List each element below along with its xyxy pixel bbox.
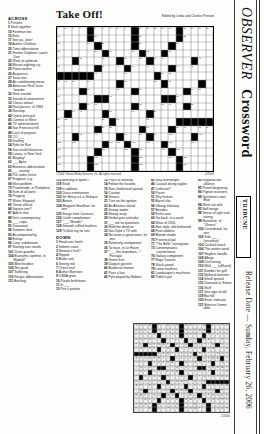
entry-cell[interactable]: [198, 42, 205, 50]
entry-cell[interactable]: 91: [183, 126, 190, 134]
entry-cell[interactable]: [161, 42, 168, 50]
entry-cell[interactable]: [64, 42, 71, 50]
entry-cell[interactable]: 18: [206, 27, 213, 35]
entry-cell[interactable]: 14: [168, 27, 175, 35]
entry-cell[interactable]: [168, 35, 175, 43]
entry-cell[interactable]: [191, 110, 198, 118]
entry-cell[interactable]: [198, 163, 205, 171]
entry-cell[interactable]: [154, 42, 161, 50]
entry-cell[interactable]: [102, 103, 109, 111]
entry-cell[interactable]: 63: [139, 88, 146, 96]
entry-cell[interactable]: [139, 141, 146, 149]
entry-cell[interactable]: 9: [124, 27, 131, 35]
entry-cell[interactable]: [176, 88, 183, 96]
entry-cell[interactable]: [87, 126, 94, 134]
entry-cell[interactable]: 89: [146, 126, 153, 134]
entry-cell[interactable]: 19: [57, 35, 64, 43]
entry-cell[interactable]: [154, 126, 161, 134]
entry-cell[interactable]: [139, 72, 146, 80]
entry-cell[interactable]: [161, 163, 168, 171]
entry-cell[interactable]: 37: [124, 57, 131, 65]
entry-cell[interactable]: [116, 110, 123, 118]
entry-cell[interactable]: [139, 80, 146, 88]
entry-cell[interactable]: [168, 110, 175, 118]
entry-cell[interactable]: 28: [57, 50, 64, 58]
entry-cell[interactable]: 56: [87, 80, 94, 88]
entry-cell[interactable]: 35: [79, 57, 86, 65]
entry-cell[interactable]: 62: [116, 88, 123, 96]
entry-cell[interactable]: [131, 95, 138, 103]
entry-cell[interactable]: [131, 126, 138, 134]
entry-cell[interactable]: [154, 95, 161, 103]
entry-cell[interactable]: [79, 42, 86, 50]
entry-cell[interactable]: [64, 126, 71, 134]
entry-cell[interactable]: [206, 110, 213, 118]
entry-cell[interactable]: [116, 72, 123, 80]
entry-cell[interactable]: 77: [79, 110, 86, 118]
entry-cell[interactable]: 123: [139, 163, 146, 171]
entry-cell[interactable]: [72, 148, 79, 156]
entry-cell[interactable]: [176, 50, 183, 58]
entry-cell[interactable]: 1: [57, 27, 64, 35]
entry-cell[interactable]: [176, 80, 183, 88]
entry-cell[interactable]: 47: [176, 65, 183, 73]
entry-cell[interactable]: 42: [57, 65, 64, 73]
entry-cell[interactable]: 105: [116, 141, 123, 149]
entry-cell[interactable]: 97: [124, 133, 131, 141]
entry-cell[interactable]: [191, 156, 198, 164]
entry-cell[interactable]: 99: [154, 133, 161, 141]
entry-cell[interactable]: [109, 35, 116, 43]
entry-cell[interactable]: 53: [57, 80, 64, 88]
entry-cell[interactable]: [183, 42, 190, 50]
entry-cell[interactable]: [87, 118, 94, 126]
entry-cell[interactable]: [72, 126, 79, 134]
entry-cell[interactable]: 43: [102, 65, 109, 73]
entry-cell[interactable]: 98: [139, 133, 146, 141]
entry-cell[interactable]: [124, 95, 131, 103]
entry-cell[interactable]: 34: [57, 57, 64, 65]
entry-cell[interactable]: 51: [161, 72, 168, 80]
entry-cell[interactable]: [72, 50, 79, 58]
entry-cell[interactable]: [102, 156, 109, 164]
entry-cell[interactable]: [116, 126, 123, 134]
entry-cell[interactable]: [168, 88, 175, 96]
entry-cell[interactable]: [191, 72, 198, 80]
entry-cell[interactable]: [198, 72, 205, 80]
entry-cell[interactable]: [94, 141, 101, 149]
entry-cell[interactable]: [131, 57, 138, 65]
entry-cell[interactable]: [191, 148, 198, 156]
entry-cell[interactable]: [64, 148, 71, 156]
entry-cell[interactable]: [124, 103, 131, 111]
entry-cell[interactable]: 6: [102, 27, 109, 35]
entry-cell[interactable]: [131, 80, 138, 88]
entry-cell[interactable]: 25: [102, 42, 109, 50]
entry-cell[interactable]: [161, 118, 168, 126]
entry-cell[interactable]: [64, 50, 71, 58]
entry-cell[interactable]: [109, 65, 116, 73]
entry-cell[interactable]: 72: [139, 103, 146, 111]
entry-cell[interactable]: [206, 35, 213, 43]
entry-cell[interactable]: [176, 110, 183, 118]
entry-cell[interactable]: [176, 72, 183, 80]
entry-cell[interactable]: 73: [161, 103, 168, 111]
entry-cell[interactable]: [139, 110, 146, 118]
entry-cell[interactable]: [109, 57, 116, 65]
entry-cell[interactable]: 50: [124, 72, 131, 80]
entry-cell[interactable]: [94, 57, 101, 65]
entry-cell[interactable]: 94: [57, 133, 64, 141]
entry-cell[interactable]: 8: [116, 27, 123, 35]
entry-cell[interactable]: 90: [176, 126, 183, 134]
entry-cell[interactable]: [72, 42, 79, 50]
entry-cell[interactable]: 60: [57, 88, 64, 96]
entry-cell[interactable]: [198, 65, 205, 73]
entry-cell[interactable]: [64, 156, 71, 164]
entry-cell[interactable]: [206, 57, 213, 65]
entry-cell[interactable]: 116: [57, 156, 64, 164]
entry-cell[interactable]: [124, 50, 131, 58]
entry-cell[interactable]: 46: [146, 65, 153, 73]
entry-cell[interactable]: [102, 133, 109, 141]
entry-cell[interactable]: [161, 133, 168, 141]
entry-cell[interactable]: [154, 88, 161, 96]
entry-cell[interactable]: [183, 110, 190, 118]
entry-cell[interactable]: [87, 65, 94, 73]
entry-cell[interactable]: 22: [183, 35, 190, 43]
entry-cell[interactable]: [154, 103, 161, 111]
entry-cell[interactable]: 102: [57, 141, 64, 149]
entry-cell[interactable]: [87, 95, 94, 103]
entry-cell[interactable]: 57: [124, 80, 131, 88]
entry-cell[interactable]: [146, 35, 153, 43]
entry-cell[interactable]: [191, 163, 198, 171]
entry-cell[interactable]: [94, 88, 101, 96]
entry-cell[interactable]: [206, 42, 213, 50]
entry-cell[interactable]: [94, 110, 101, 118]
entry-cell[interactable]: [109, 72, 116, 80]
entry-cell[interactable]: [191, 95, 198, 103]
entry-cell[interactable]: [206, 50, 213, 58]
entry-cell[interactable]: 48: [191, 65, 198, 73]
entry-cell[interactable]: 40: [161, 57, 168, 65]
entry-cell[interactable]: [198, 110, 205, 118]
entry-cell[interactable]: 101: [198, 133, 205, 141]
entry-cell[interactable]: 92: [198, 126, 205, 134]
entry-cell[interactable]: [72, 88, 79, 96]
entry-cell[interactable]: [161, 35, 168, 43]
entry-cell[interactable]: 79: [131, 110, 138, 118]
entry-cell[interactable]: [124, 118, 131, 126]
entry-cell[interactable]: [191, 50, 198, 58]
entry-cell[interactable]: [64, 95, 71, 103]
entry-cell[interactable]: [64, 141, 71, 149]
entry-cell[interactable]: 75: [191, 103, 198, 111]
entry-cell[interactable]: [154, 35, 161, 43]
entry-cell[interactable]: [109, 133, 116, 141]
entry-cell[interactable]: 81: [57, 118, 64, 126]
entry-cell[interactable]: [161, 126, 168, 134]
entry-cell[interactable]: [57, 110, 64, 118]
entry-cell[interactable]: [183, 50, 190, 58]
entry-cell[interactable]: 20: [94, 35, 101, 43]
entry-cell[interactable]: [198, 148, 205, 156]
entry-cell[interactable]: [116, 103, 123, 111]
entry-cell[interactable]: [183, 80, 190, 88]
entry-cell[interactable]: [146, 163, 153, 171]
entry-cell[interactable]: [87, 141, 94, 149]
entry-cell[interactable]: [72, 103, 79, 111]
entry-cell[interactable]: [79, 148, 86, 156]
entry-cell[interactable]: 67: [109, 95, 116, 103]
entry-cell[interactable]: 112: [124, 148, 131, 156]
entry-cell[interactable]: 38: [139, 57, 146, 65]
entry-cell[interactable]: [206, 163, 213, 171]
entry-cell[interactable]: 55: [72, 80, 79, 88]
entry-cell[interactable]: [79, 126, 86, 134]
entry-cell[interactable]: [116, 35, 123, 43]
entry-cell[interactable]: [109, 103, 116, 111]
entry-cell[interactable]: [131, 118, 138, 126]
entry-cell[interactable]: [154, 163, 161, 171]
entry-cell[interactable]: [109, 163, 116, 171]
entry-cell[interactable]: [206, 103, 213, 111]
entry-cell[interactable]: 30: [109, 50, 116, 58]
entry-cell[interactable]: 21: [139, 35, 146, 43]
entry-cell[interactable]: 16: [191, 27, 198, 35]
entry-cell[interactable]: 12: [154, 27, 161, 35]
entry-cell[interactable]: [124, 110, 131, 118]
entry-cell[interactable]: 4: [79, 27, 86, 35]
entry-cell[interactable]: 80: [154, 110, 161, 118]
entry-cell[interactable]: 66: [57, 95, 64, 103]
entry-cell[interactable]: [87, 50, 94, 58]
entry-cell[interactable]: [109, 156, 116, 164]
entry-cell[interactable]: 13: [161, 27, 168, 35]
entry-cell[interactable]: [191, 35, 198, 43]
entry-cell[interactable]: 68: [176, 95, 183, 103]
entry-cell[interactable]: [72, 118, 79, 126]
entry-cell[interactable]: [161, 156, 168, 164]
entry-cell[interactable]: 52: [168, 72, 175, 80]
entry-cell[interactable]: 64: [191, 88, 198, 96]
entry-cell[interactable]: [183, 148, 190, 156]
entry-cell[interactable]: [116, 148, 123, 156]
entry-cell[interactable]: [109, 88, 116, 96]
entry-cell[interactable]: [64, 65, 71, 73]
entry-cell[interactable]: [146, 42, 153, 50]
entry-cell[interactable]: [102, 35, 109, 43]
entry-cell[interactable]: 124: [183, 163, 190, 171]
entry-cell[interactable]: 118: [139, 156, 146, 164]
entry-cell[interactable]: [161, 65, 168, 73]
entry-cell[interactable]: [124, 35, 131, 43]
entry-cell[interactable]: 121: [57, 163, 64, 171]
entry-cell[interactable]: 3: [72, 27, 79, 35]
entry-cell[interactable]: [176, 57, 183, 65]
entry-cell[interactable]: [154, 141, 161, 149]
entry-cell[interactable]: [72, 65, 79, 73]
entry-cell[interactable]: 109: [191, 141, 198, 149]
entry-cell[interactable]: [102, 163, 109, 171]
entry-cell[interactable]: [72, 163, 79, 171]
entry-cell[interactable]: 115: [176, 148, 183, 156]
entry-cell[interactable]: [79, 118, 86, 126]
entry-cell[interactable]: [124, 88, 131, 96]
crossword-grid[interactable]: 1234567891011121314151617181920212223242…: [56, 26, 214, 172]
entry-cell[interactable]: [206, 95, 213, 103]
entry-cell[interactable]: 69: [57, 103, 64, 111]
entry-cell[interactable]: 122: [94, 163, 101, 171]
entry-cell[interactable]: 84: [116, 118, 123, 126]
entry-cell[interactable]: [146, 148, 153, 156]
entry-cell[interactable]: 36: [102, 57, 109, 65]
entry-cell[interactable]: 78: [109, 110, 116, 118]
entry-cell[interactable]: [124, 156, 131, 164]
entry-cell[interactable]: 85: [146, 118, 153, 126]
entry-cell[interactable]: [87, 57, 94, 65]
entry-cell[interactable]: 100: [168, 133, 175, 141]
entry-cell[interactable]: 117: [94, 156, 101, 164]
entry-cell[interactable]: [161, 110, 168, 118]
entry-cell[interactable]: 111: [102, 148, 109, 156]
entry-cell[interactable]: 74: [168, 103, 175, 111]
entry-cell[interactable]: [72, 156, 79, 164]
entry-cell[interactable]: 2: [64, 27, 71, 35]
entry-cell[interactable]: [139, 118, 146, 126]
entry-cell[interactable]: 33: [168, 50, 175, 58]
entry-cell[interactable]: [116, 163, 123, 171]
entry-cell[interactable]: [198, 103, 205, 111]
entry-cell[interactable]: [191, 42, 198, 50]
entry-cell[interactable]: [64, 57, 71, 65]
entry-cell[interactable]: 44: [116, 65, 123, 73]
entry-cell[interactable]: 61: [87, 88, 94, 96]
entry-cell[interactable]: 54: [64, 80, 71, 88]
entry-cell[interactable]: [64, 163, 71, 171]
entry-cell[interactable]: [72, 95, 79, 103]
entry-cell[interactable]: [124, 163, 131, 171]
entry-cell[interactable]: 15: [183, 27, 190, 35]
entry-cell[interactable]: [154, 118, 161, 126]
entry-cell[interactable]: 59: [168, 80, 175, 88]
entry-cell[interactable]: 120: [183, 156, 190, 164]
entry-cell[interactable]: [146, 72, 153, 80]
entry-cell[interactable]: [79, 50, 86, 58]
entry-cell[interactable]: [183, 133, 190, 141]
entry-cell[interactable]: 10: [139, 27, 146, 35]
entry-cell[interactable]: [116, 156, 123, 164]
entry-cell[interactable]: 58: [154, 80, 161, 88]
entry-cell[interactable]: [146, 80, 153, 88]
entry-cell[interactable]: [183, 57, 190, 65]
entry-cell[interactable]: 39: [154, 57, 161, 65]
entry-cell[interactable]: [206, 148, 213, 156]
entry-cell[interactable]: [176, 103, 183, 111]
entry-cell[interactable]: 24: [87, 42, 94, 50]
entry-cell[interactable]: [191, 126, 198, 134]
entry-cell[interactable]: [154, 148, 161, 156]
entry-cell[interactable]: 95: [79, 133, 86, 141]
entry-cell[interactable]: [206, 141, 213, 149]
entry-cell[interactable]: 65: [198, 88, 205, 96]
entry-cell[interactable]: 96: [94, 133, 101, 141]
entry-cell[interactable]: [116, 42, 123, 50]
entry-cell[interactable]: [206, 72, 213, 80]
entry-cell[interactable]: [94, 118, 101, 126]
entry-cell[interactable]: [139, 95, 146, 103]
entry-cell[interactable]: [116, 50, 123, 58]
entry-cell[interactable]: [146, 88, 153, 96]
entry-cell[interactable]: [79, 95, 86, 103]
entry-cell[interactable]: 86: [57, 126, 64, 134]
entry-cell[interactable]: [64, 88, 71, 96]
entry-cell[interactable]: 106: [131, 141, 138, 149]
entry-cell[interactable]: 103: [72, 141, 79, 149]
entry-cell[interactable]: [206, 88, 213, 96]
entry-cell[interactable]: [206, 65, 213, 73]
entry-cell[interactable]: 76: [72, 110, 79, 118]
entry-cell[interactable]: [146, 95, 153, 103]
entry-cell[interactable]: [64, 133, 71, 141]
entry-cell[interactable]: [198, 35, 205, 43]
entry-cell[interactable]: 87: [102, 126, 109, 134]
entry-cell[interactable]: [198, 156, 205, 164]
entry-cell[interactable]: 110: [57, 148, 64, 156]
entry-cell[interactable]: [79, 163, 86, 171]
entry-cell[interactable]: 49: [94, 72, 101, 80]
entry-cell[interactable]: 23: [57, 42, 64, 50]
entry-cell[interactable]: [87, 110, 94, 118]
entry-cell[interactable]: [168, 163, 175, 171]
entry-cell[interactable]: 17: [198, 27, 205, 35]
entry-cell[interactable]: 83: [102, 118, 109, 126]
entry-cell[interactable]: [79, 80, 86, 88]
entry-cell[interactable]: 93: [206, 126, 213, 134]
entry-cell[interactable]: [176, 141, 183, 149]
entry-cell[interactable]: [109, 148, 116, 156]
entry-cell[interactable]: 11: [146, 27, 153, 35]
entry-cell[interactable]: [94, 80, 101, 88]
entry-cell[interactable]: [124, 42, 131, 50]
entry-cell[interactable]: 5: [94, 27, 101, 35]
entry-cell[interactable]: [198, 95, 205, 103]
entry-cell[interactable]: [116, 95, 123, 103]
entry-cell[interactable]: [168, 118, 175, 126]
entry-cell[interactable]: [198, 50, 205, 58]
entry-cell[interactable]: [109, 80, 116, 88]
entry-cell[interactable]: [146, 103, 153, 111]
entry-cell[interactable]: [124, 126, 131, 134]
entry-cell[interactable]: [161, 88, 168, 96]
entry-cell[interactable]: 26: [139, 42, 146, 50]
entry-cell[interactable]: [146, 156, 153, 164]
entry-cell[interactable]: 119: [168, 156, 175, 164]
entry-cell[interactable]: [79, 65, 86, 73]
entry-cell[interactable]: 104: [109, 141, 116, 149]
entry-cell[interactable]: [79, 35, 86, 43]
entry-cell[interactable]: [183, 65, 190, 73]
entry-cell[interactable]: [64, 103, 71, 111]
entry-cell[interactable]: [154, 65, 161, 73]
entry-cell[interactable]: 32: [146, 50, 153, 58]
entry-cell[interactable]: [79, 141, 86, 149]
entry-cell[interactable]: 27: [176, 42, 183, 50]
entry-cell[interactable]: 70: [87, 103, 94, 111]
entry-cell[interactable]: [102, 72, 109, 80]
entry-cell[interactable]: [168, 57, 175, 65]
